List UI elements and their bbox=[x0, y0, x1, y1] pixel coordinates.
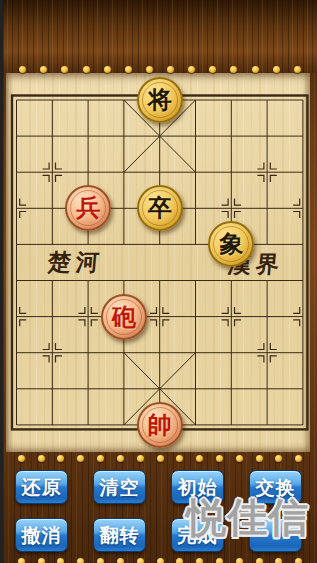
stud-icon bbox=[236, 558, 243, 563]
stud-icon bbox=[275, 455, 282, 462]
stud-icon bbox=[252, 66, 259, 73]
stud-icon bbox=[146, 66, 153, 73]
piece-red-soldier[interactable]: 兵 bbox=[65, 185, 111, 231]
stud-icon bbox=[256, 455, 263, 462]
stud-icon bbox=[83, 66, 90, 73]
undo-button-label: 撤消 bbox=[22, 526, 62, 545]
pieces-grid: 将兵卒象砲帥 bbox=[3, 82, 317, 443]
piece-red-general[interactable]: 帥 bbox=[137, 402, 183, 448]
button-row-2: 撤消翻转完成 bbox=[15, 518, 302, 552]
stud-icon bbox=[216, 455, 223, 462]
stud-icon bbox=[275, 558, 282, 563]
stud-row-middle bbox=[5, 454, 315, 462]
stud-icon bbox=[18, 558, 25, 563]
stud-icon bbox=[157, 558, 164, 563]
stud-icon bbox=[157, 455, 164, 462]
stud-icon bbox=[196, 558, 203, 563]
stud-icon bbox=[273, 66, 280, 73]
stud-icon bbox=[137, 455, 144, 462]
stud-icon bbox=[230, 66, 237, 73]
top-wood-panel bbox=[3, 0, 317, 73]
restore-button[interactable]: 还原 bbox=[15, 470, 68, 504]
clear-button-label: 清空 bbox=[100, 478, 140, 497]
clear-button[interactable]: 清空 bbox=[93, 470, 146, 504]
stud-icon bbox=[77, 558, 84, 563]
flip-button-label: 翻转 bbox=[100, 526, 140, 545]
undo-button[interactable]: 撤消 bbox=[15, 518, 68, 552]
stud-icon bbox=[209, 66, 216, 73]
stud-icon bbox=[117, 455, 124, 462]
stud-row-top bbox=[5, 65, 315, 73]
stud-icon bbox=[104, 66, 111, 73]
swap-button-label: 交换 bbox=[256, 478, 296, 497]
initial-button[interactable]: 初始 bbox=[171, 470, 224, 504]
board-area: 楚河 漢界 将兵卒象砲帥 bbox=[6, 73, 310, 452]
stud-icon bbox=[176, 455, 183, 462]
stud-icon bbox=[38, 455, 45, 462]
piece-red-cannon[interactable]: 砲 bbox=[101, 294, 147, 340]
done-button[interactable]: 完成 bbox=[171, 518, 224, 552]
piece-black-elephant[interactable]: 象 bbox=[208, 221, 254, 267]
stud-icon bbox=[97, 558, 104, 563]
stud-icon bbox=[216, 558, 223, 563]
covered-button[interactable] bbox=[249, 518, 302, 552]
stud-icon bbox=[61, 66, 68, 73]
stud-icon bbox=[295, 558, 302, 563]
stud-icon bbox=[295, 455, 302, 462]
stud-icon bbox=[167, 66, 174, 73]
stud-icon bbox=[57, 558, 64, 563]
stud-icon bbox=[256, 558, 263, 563]
stud-icon bbox=[236, 455, 243, 462]
stud-icon bbox=[137, 558, 144, 563]
initial-button-label: 初始 bbox=[178, 478, 218, 497]
stud-icon bbox=[40, 66, 47, 73]
stud-row-bottom bbox=[5, 557, 315, 563]
stud-icon bbox=[19, 66, 26, 73]
button-row-1: 还原清空初始交换 bbox=[15, 470, 302, 504]
stud-icon bbox=[57, 455, 64, 462]
stud-icon bbox=[97, 455, 104, 462]
stud-icon bbox=[294, 66, 301, 73]
xiangqi-app: 楚河 漢界 将兵卒象砲帥 还原清空初始交换 撤消翻转完成 悦佳信 bbox=[3, 0, 317, 563]
swap-button[interactable]: 交换 bbox=[249, 470, 302, 504]
done-button-label: 完成 bbox=[178, 526, 218, 545]
stud-icon bbox=[176, 558, 183, 563]
stud-icon bbox=[18, 455, 25, 462]
stud-icon bbox=[196, 455, 203, 462]
flip-button[interactable]: 翻转 bbox=[93, 518, 146, 552]
restore-button-label: 还原 bbox=[22, 478, 62, 497]
stud-icon bbox=[117, 558, 124, 563]
stud-icon bbox=[38, 558, 45, 563]
stud-icon bbox=[125, 66, 132, 73]
stud-icon bbox=[188, 66, 195, 73]
piece-black-general[interactable]: 将 bbox=[137, 77, 183, 123]
piece-black-soldier[interactable]: 卒 bbox=[137, 185, 183, 231]
stud-icon bbox=[77, 455, 84, 462]
